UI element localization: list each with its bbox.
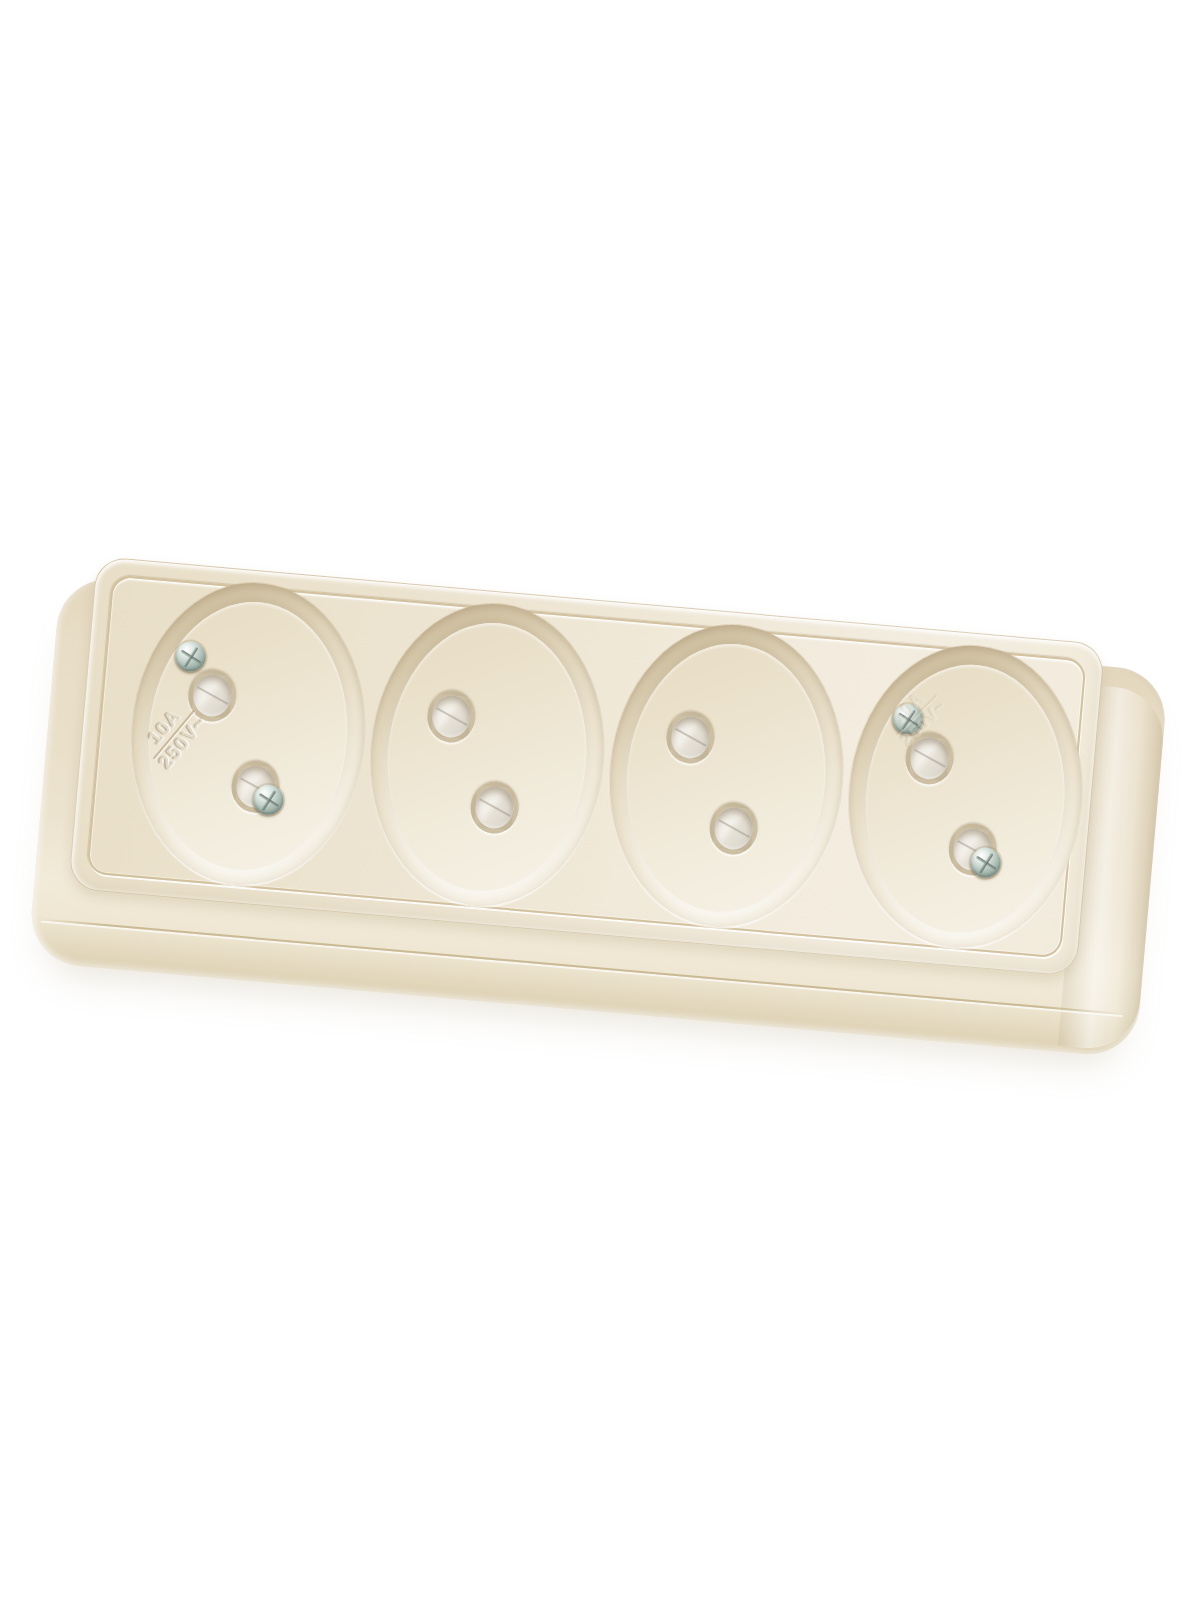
socket-dish [616,636,837,920]
socket-dish [855,656,1076,940]
socket-1: 10A 250V~ [119,573,376,894]
socket-3: 10A 250V~ [598,615,855,936]
socket-dish [377,615,598,899]
socket-2: 10A 250V~ [358,594,615,915]
sockets-row: 10A 250V~ 10A 250V~ 10A 250V~ 10A [119,573,1094,957]
power-strip: 10A 250V~ 10A 250V~ 10A 250V~ 10A [68,556,1103,975]
socket-4: 10A 250V~ [837,636,1094,957]
photo-canvas: 10A 250V~ 10A 250V~ 10A 250V~ 10A [0,0,1200,1600]
